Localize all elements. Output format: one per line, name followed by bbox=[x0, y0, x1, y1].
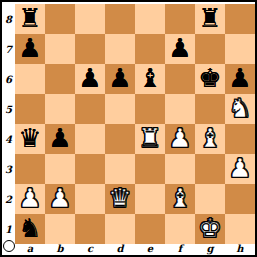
square-d3[interactable] bbox=[105, 154, 135, 184]
square-g2[interactable] bbox=[195, 184, 225, 214]
white-bishop[interactable]: ♝ bbox=[168, 185, 191, 211]
square-e1[interactable] bbox=[135, 214, 165, 244]
square-c5[interactable] bbox=[75, 94, 105, 124]
square-b7[interactable] bbox=[45, 34, 75, 64]
square-f5[interactable] bbox=[165, 94, 195, 124]
square-c7[interactable] bbox=[75, 34, 105, 64]
square-h2[interactable] bbox=[225, 184, 255, 214]
square-a8[interactable]: ♜ bbox=[15, 4, 45, 34]
rank-label-4: 4 bbox=[2, 124, 15, 154]
square-b2[interactable]: ♟ bbox=[45, 184, 75, 214]
black-bishop[interactable]: ♝ bbox=[138, 65, 161, 91]
square-a4[interactable]: ♛ bbox=[15, 124, 45, 154]
square-f7[interactable]: ♟ bbox=[165, 34, 195, 64]
file-label-c: c bbox=[75, 243, 105, 255]
file-label-g: g bbox=[195, 243, 225, 255]
side-to-move-indicator bbox=[3, 240, 15, 252]
square-d5[interactable] bbox=[105, 94, 135, 124]
square-g5[interactable] bbox=[195, 94, 225, 124]
square-b8[interactable] bbox=[45, 4, 75, 34]
square-a1[interactable]: ♞ bbox=[15, 214, 45, 244]
file-labels: a b c d e f g h bbox=[15, 243, 255, 255]
square-d1[interactable] bbox=[105, 214, 135, 244]
rank-label-3: 3 bbox=[2, 154, 15, 184]
square-b3[interactable] bbox=[45, 154, 75, 184]
square-b1[interactable] bbox=[45, 214, 75, 244]
square-f6[interactable] bbox=[165, 64, 195, 94]
square-b4[interactable]: ♟ bbox=[45, 124, 75, 154]
square-d6[interactable]: ♟ bbox=[105, 64, 135, 94]
rank-label-7: 7 bbox=[2, 34, 15, 64]
white-pawn[interactable]: ♟ bbox=[228, 155, 251, 181]
square-d2[interactable]: ♛ bbox=[105, 184, 135, 214]
file-label-d: d bbox=[105, 243, 135, 255]
square-c8[interactable] bbox=[75, 4, 105, 34]
black-pawn[interactable]: ♟ bbox=[168, 35, 191, 61]
black-rook[interactable]: ♜ bbox=[198, 5, 221, 31]
rank-labels: 8 7 6 5 4 3 2 1 bbox=[2, 4, 15, 244]
square-a5[interactable] bbox=[15, 94, 45, 124]
square-h3[interactable]: ♟ bbox=[225, 154, 255, 184]
square-h5[interactable]: ♞ bbox=[225, 94, 255, 124]
square-d8[interactable] bbox=[105, 4, 135, 34]
file-label-f: f bbox=[165, 243, 195, 255]
square-g7[interactable] bbox=[195, 34, 225, 64]
file-label-b: b bbox=[45, 243, 75, 255]
white-pawn[interactable]: ♟ bbox=[168, 125, 191, 151]
square-g3[interactable] bbox=[195, 154, 225, 184]
square-a6[interactable] bbox=[15, 64, 45, 94]
square-e8[interactable] bbox=[135, 4, 165, 34]
square-e2[interactable] bbox=[135, 184, 165, 214]
rank-label-8: 8 bbox=[2, 4, 15, 34]
square-e3[interactable] bbox=[135, 154, 165, 184]
rank-label-6: 6 bbox=[2, 64, 15, 94]
white-bishop[interactable]: ♝ bbox=[198, 125, 221, 151]
black-knight[interactable]: ♞ bbox=[18, 215, 41, 241]
square-g8[interactable]: ♜ bbox=[195, 4, 225, 34]
square-h6[interactable]: ♟ bbox=[225, 64, 255, 94]
square-f1[interactable] bbox=[165, 214, 195, 244]
square-f4[interactable]: ♟ bbox=[165, 124, 195, 154]
black-pawn[interactable]: ♟ bbox=[78, 65, 101, 91]
square-g6[interactable]: ♚ bbox=[195, 64, 225, 94]
square-a7[interactable]: ♟ bbox=[15, 34, 45, 64]
square-h4[interactable] bbox=[225, 124, 255, 154]
square-b5[interactable] bbox=[45, 94, 75, 124]
square-b6[interactable] bbox=[45, 64, 75, 94]
black-pawn[interactable]: ♟ bbox=[108, 65, 131, 91]
square-e5[interactable] bbox=[135, 94, 165, 124]
black-pawn[interactable]: ♟ bbox=[48, 125, 71, 151]
black-pawn[interactable]: ♟ bbox=[228, 65, 251, 91]
square-c3[interactable] bbox=[75, 154, 105, 184]
square-c4[interactable] bbox=[75, 124, 105, 154]
square-c6[interactable]: ♟ bbox=[75, 64, 105, 94]
square-c2[interactable] bbox=[75, 184, 105, 214]
white-rook[interactable]: ♜ bbox=[138, 125, 161, 151]
square-e4[interactable]: ♜ bbox=[135, 124, 165, 154]
chessboard-diagram: ♜♜♟♟♟♟♝♚♟♞♛♟♜♟♝♟♟♟♛♝♞♚ 8 7 6 5 4 3 2 1 a… bbox=[0, 0, 257, 257]
square-f3[interactable] bbox=[165, 154, 195, 184]
square-e7[interactable] bbox=[135, 34, 165, 64]
rank-label-2: 2 bbox=[2, 184, 15, 214]
square-e6[interactable]: ♝ bbox=[135, 64, 165, 94]
chess-board: ♜♜♟♟♟♟♝♚♟♞♛♟♜♟♝♟♟♟♛♝♞♚ bbox=[15, 4, 255, 244]
square-c1[interactable] bbox=[75, 214, 105, 244]
white-pawn[interactable]: ♟ bbox=[18, 185, 41, 211]
black-king[interactable]: ♚ bbox=[198, 65, 221, 91]
square-a2[interactable]: ♟ bbox=[15, 184, 45, 214]
black-rook[interactable]: ♜ bbox=[18, 5, 41, 31]
square-f8[interactable] bbox=[165, 4, 195, 34]
square-h7[interactable] bbox=[225, 34, 255, 64]
file-label-e: e bbox=[135, 243, 165, 255]
rank-label-5: 5 bbox=[2, 94, 15, 124]
square-h8[interactable] bbox=[225, 4, 255, 34]
black-queen[interactable]: ♛ bbox=[18, 125, 41, 151]
file-label-a: a bbox=[15, 243, 45, 255]
square-a3[interactable] bbox=[15, 154, 45, 184]
white-king[interactable]: ♚ bbox=[198, 215, 221, 241]
white-knight[interactable]: ♞ bbox=[228, 95, 251, 121]
square-g4[interactable]: ♝ bbox=[195, 124, 225, 154]
square-g1[interactable]: ♚ bbox=[195, 214, 225, 244]
black-pawn[interactable]: ♟ bbox=[18, 35, 41, 61]
square-f2[interactable]: ♝ bbox=[165, 184, 195, 214]
square-d7[interactable] bbox=[105, 34, 135, 64]
white-queen[interactable]: ♛ bbox=[108, 185, 131, 211]
file-label-h: h bbox=[225, 243, 255, 255]
white-pawn[interactable]: ♟ bbox=[48, 185, 71, 211]
square-d4[interactable] bbox=[105, 124, 135, 154]
square-h1[interactable] bbox=[225, 214, 255, 244]
